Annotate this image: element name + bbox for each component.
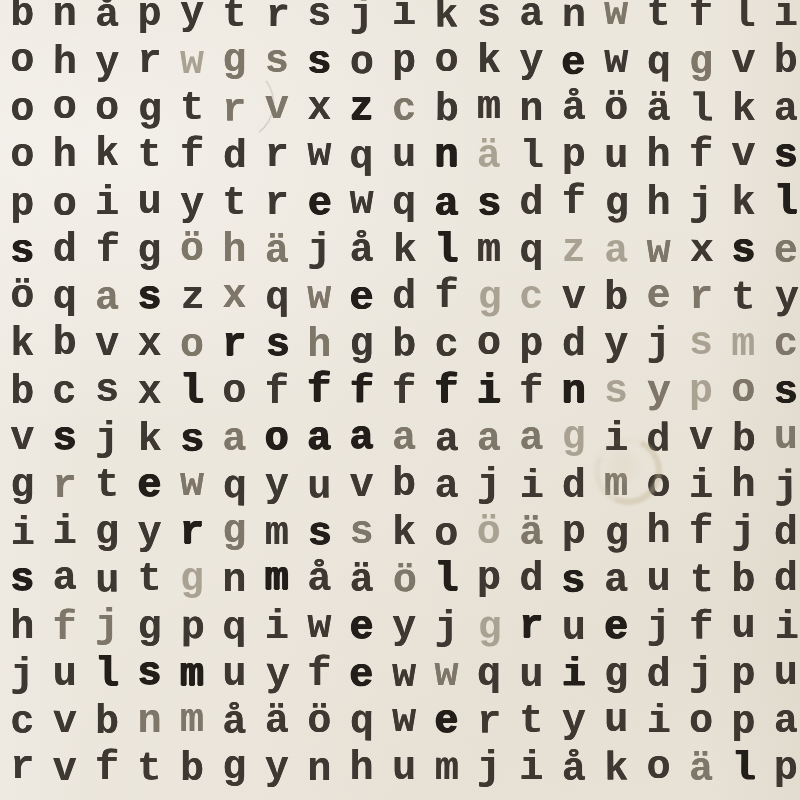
cell-r4-c17[interactable]: f xyxy=(680,133,722,180)
cell-r4-c13[interactable]: l xyxy=(511,133,554,180)
cell-r11-c19[interactable]: j xyxy=(764,463,800,510)
cell-r15-c15[interactable]: g xyxy=(595,651,637,698)
cell-r8-c12[interactable]: o xyxy=(468,321,510,368)
cell-r5-c10[interactable]: q xyxy=(383,180,425,227)
cell-r11-c1[interactable]: g xyxy=(1,463,43,510)
cell-r4-c10[interactable]: u xyxy=(383,133,425,180)
cell-r7-c18[interactable]: t xyxy=(722,274,765,321)
cell-r9-c13[interactable]: f xyxy=(510,369,553,416)
cell-r6-c13[interactable]: q xyxy=(510,228,552,275)
cell-r13-c13[interactable]: d xyxy=(510,557,552,604)
cell-r8-c17[interactable]: s xyxy=(680,321,722,368)
cell-r17-c17[interactable]: ä xyxy=(680,746,722,793)
cell-r2-c5[interactable]: w xyxy=(171,39,213,86)
cell-r6-c4[interactable]: g xyxy=(128,227,171,274)
cell-r13-c7[interactable]: m xyxy=(256,556,298,603)
cell-r16-c11[interactable]: e xyxy=(425,698,467,745)
cell-r10-c3[interactable]: j xyxy=(86,416,128,463)
cell-r15-c8[interactable]: f xyxy=(298,651,340,698)
cell-r14-c1[interactable]: h xyxy=(1,604,43,651)
cell-r1-c7[interactable]: r xyxy=(256,0,299,39)
cell-r12-c17[interactable]: f xyxy=(680,510,722,557)
cell-r11-c18[interactable]: h xyxy=(722,463,764,510)
cell-r10-c19[interactable]: u xyxy=(765,415,800,462)
cell-r1-c9[interactable]: j xyxy=(340,0,382,39)
cell-r16-c6[interactable]: å xyxy=(213,699,255,746)
cell-r10-c7[interactable]: o xyxy=(256,416,298,463)
cell-r16-c8[interactable]: ö xyxy=(298,698,340,745)
cell-r9-c1[interactable]: b xyxy=(1,369,43,416)
cell-r2-c6[interactable]: g xyxy=(213,38,255,85)
cell-r16-c14[interactable]: y xyxy=(552,698,594,745)
cell-r5-c17[interactable]: j xyxy=(680,181,722,228)
cell-r5-c6[interactable]: t xyxy=(213,180,255,227)
cell-r6-c8[interactable]: j xyxy=(298,227,340,274)
cell-r3-c2[interactable]: o xyxy=(43,85,85,132)
cell-r7-c6[interactable]: x xyxy=(213,274,255,321)
cell-r15-c2[interactable]: u xyxy=(43,651,85,698)
cell-r11-c8[interactable]: u xyxy=(298,463,341,510)
cell-r6-c6[interactable]: h xyxy=(213,227,255,274)
cell-r5-c8[interactable]: e xyxy=(298,180,341,227)
cell-r8-c19[interactable]: c xyxy=(765,321,800,368)
cell-r1-c18[interactable]: l xyxy=(722,0,764,39)
cell-r8-c10[interactable]: b xyxy=(383,322,426,369)
cell-r10-c2[interactable]: s xyxy=(43,416,85,463)
cell-r12-c5[interactable]: r xyxy=(171,510,213,557)
cell-r3-c19[interactable]: a xyxy=(765,86,800,133)
cell-r14-c13[interactable]: r xyxy=(510,603,552,650)
cell-r10-c17[interactable]: v xyxy=(680,416,722,463)
cell-r6-c11[interactable]: l xyxy=(425,227,467,274)
cell-r5-c2[interactable]: o xyxy=(43,181,85,228)
cell-r8-c6[interactable]: r xyxy=(213,321,255,368)
cell-r3-c8[interactable]: x xyxy=(298,86,340,133)
cell-r11-c17[interactable]: i xyxy=(680,463,722,510)
cell-r13-c5[interactable]: g xyxy=(171,557,213,604)
cell-r15-c12[interactable]: q xyxy=(468,651,510,698)
cell-r6-c10[interactable]: k xyxy=(383,227,426,274)
cell-r5-c15[interactable]: g xyxy=(595,180,638,227)
cell-r12-c3[interactable]: g xyxy=(86,510,128,557)
cell-r8-c3[interactable]: v xyxy=(86,321,128,368)
cell-r7-c4[interactable]: s xyxy=(128,274,170,321)
cell-r10-c4[interactable]: k xyxy=(129,415,172,462)
cell-r6-c19[interactable]: e xyxy=(765,228,800,275)
cell-r3-c9[interactable]: z xyxy=(340,86,382,133)
cell-r1-c17[interactable]: f xyxy=(680,0,722,39)
cell-r11-c15[interactable]: m xyxy=(595,462,637,509)
cell-r13-c16[interactable]: u xyxy=(637,557,679,604)
cell-r3-c4[interactable]: g xyxy=(129,86,172,133)
cell-r6-c2[interactable]: d xyxy=(43,227,85,274)
cell-r15-c1[interactable]: j xyxy=(1,652,43,699)
cell-r10-c14[interactable]: g xyxy=(552,415,594,462)
cell-r17-c1[interactable]: r xyxy=(1,745,43,792)
cell-r7-c7[interactable]: q xyxy=(255,274,298,321)
cell-r2-c1[interactable]: o xyxy=(1,38,43,85)
cell-r5-c7[interactable]: r xyxy=(256,180,298,227)
cell-r15-c7[interactable]: y xyxy=(256,651,299,698)
cell-r8-c16[interactable]: j xyxy=(637,321,679,368)
cell-r2-c12[interactable]: k xyxy=(468,39,510,86)
cell-r4-c15[interactable]: u xyxy=(595,134,637,181)
cell-r14-c17[interactable]: f xyxy=(680,604,723,651)
cell-r9-c8[interactable]: f xyxy=(298,368,340,415)
cell-r5-c3[interactable]: i xyxy=(86,180,128,227)
cell-r5-c12[interactable]: s xyxy=(468,180,511,227)
cell-r13-c4[interactable]: t xyxy=(128,557,170,604)
cell-r17-c19[interactable]: p xyxy=(765,745,800,792)
cell-r9-c14[interactable]: n xyxy=(552,368,594,415)
cell-r6-c9[interactable]: å xyxy=(340,227,382,274)
cell-r6-c18[interactable]: s xyxy=(722,227,764,274)
cell-r14-c7[interactable]: i xyxy=(256,604,298,651)
cell-r8-c4[interactable]: x xyxy=(128,321,170,368)
cell-r17-c9[interactable]: h xyxy=(340,745,382,792)
cell-r1-c16[interactable]: t xyxy=(637,0,679,39)
cell-r2-c11[interactable]: o xyxy=(425,38,467,85)
cell-r4-c11[interactable]: n xyxy=(425,133,467,180)
cell-r2-c2[interactable]: h xyxy=(44,38,87,85)
cell-r9-c9[interactable]: f xyxy=(341,368,384,415)
cell-r2-c19[interactable]: b xyxy=(765,39,800,86)
cell-r5-c1[interactable]: p xyxy=(1,180,44,227)
cell-r2-c18[interactable]: v xyxy=(722,39,764,86)
cell-r4-c16[interactable]: h xyxy=(637,133,679,180)
cell-r3-c16[interactable]: ä xyxy=(637,86,679,133)
cell-r4-c9[interactable]: q xyxy=(340,133,383,180)
cell-r17-c10[interactable]: u xyxy=(383,745,425,792)
cell-r6-c12[interactable]: m xyxy=(468,227,510,274)
cell-r14-c4[interactable]: g xyxy=(128,604,170,651)
cell-r17-c18[interactable]: l xyxy=(723,745,766,792)
cell-r15-c10[interactable]: w xyxy=(383,652,425,699)
cell-r3-c15[interactable]: ö xyxy=(595,86,637,133)
cell-r17-c4[interactable]: t xyxy=(128,746,171,793)
cell-r7-c11[interactable]: f xyxy=(425,274,467,321)
cell-r9-c10[interactable]: f xyxy=(383,369,425,416)
cell-r12-c2[interactable]: i xyxy=(43,510,85,557)
cell-r14-c12[interactable]: g xyxy=(468,604,511,651)
cell-r8-c14[interactable]: d xyxy=(553,321,596,368)
cell-r13-c8[interactable]: å xyxy=(298,557,340,604)
cell-r9-c18[interactable]: o xyxy=(722,368,764,415)
cell-r12-c18[interactable]: j xyxy=(722,510,764,557)
cell-r14-c11[interactable]: j xyxy=(425,605,467,652)
cell-r8-c9[interactable]: g xyxy=(340,321,382,368)
cell-r7-c8[interactable]: w xyxy=(298,274,340,321)
cell-r7-c2[interactable]: q xyxy=(43,274,85,321)
cell-r5-c14[interactable]: f xyxy=(552,179,594,226)
cell-r4-c3[interactable]: k xyxy=(86,132,128,179)
cell-r4-c4[interactable]: t xyxy=(128,133,170,180)
cell-r11-c3[interactable]: t xyxy=(86,463,128,510)
cell-r12-c4[interactable]: y xyxy=(128,510,170,557)
cell-r13-c14[interactable]: s xyxy=(552,557,595,604)
cell-r14-c6[interactable]: q xyxy=(213,604,256,651)
cell-r13-c6[interactable]: n xyxy=(213,558,255,605)
cell-r5-c16[interactable]: h xyxy=(637,180,679,227)
cell-r5-c9[interactable]: w xyxy=(340,179,382,226)
cell-r14-c10[interactable]: y xyxy=(383,604,425,651)
cell-r6-c15[interactable]: a xyxy=(595,227,638,274)
cell-r15-c14[interactable]: i xyxy=(553,651,596,698)
cell-r16-c16[interactable]: i xyxy=(638,698,681,745)
cell-r6-c14[interactable]: z xyxy=(552,227,594,274)
cell-r5-c5[interactable]: y xyxy=(171,181,213,228)
cell-r1-c6[interactable]: t xyxy=(213,0,255,39)
cell-r10-c10[interactable]: a xyxy=(383,416,425,463)
cell-r9-c12[interactable]: i xyxy=(468,368,510,415)
cell-r16-c3[interactable]: b xyxy=(86,699,128,746)
cell-r7-c14[interactable]: v xyxy=(552,274,594,321)
cell-r5-c18[interactable]: k xyxy=(722,180,764,227)
cell-r9-c6[interactable]: o xyxy=(213,368,255,415)
cell-r3-c11[interactable]: b xyxy=(426,86,469,133)
cell-r1-c13[interactable]: a xyxy=(510,0,552,39)
cell-r12-c7[interactable]: m xyxy=(256,510,298,557)
cell-r14-c8[interactable]: w xyxy=(298,603,340,650)
cell-r17-c11[interactable]: m xyxy=(426,745,469,792)
cell-r4-c6[interactable]: d xyxy=(214,133,257,180)
cell-r9-c15[interactable]: s xyxy=(595,368,637,415)
cell-r15-c9[interactable]: e xyxy=(340,651,383,698)
cell-r3-c17[interactable]: l xyxy=(680,86,723,133)
cell-r16-c4[interactable]: n xyxy=(128,698,170,745)
cell-r1-c4[interactable]: p xyxy=(128,0,170,39)
cell-r11-c9[interactable]: v xyxy=(340,463,382,510)
cell-r6-c7[interactable]: ä xyxy=(256,228,298,275)
cell-r1-c10[interactable]: i xyxy=(383,0,425,38)
cell-r15-c17[interactable]: j xyxy=(680,651,722,698)
cell-r14-c14[interactable]: u xyxy=(552,605,594,652)
cell-r16-c1[interactable]: c xyxy=(1,699,44,746)
cell-r9-c4[interactable]: x xyxy=(128,369,170,416)
cell-r9-c16[interactable]: y xyxy=(638,368,681,415)
cell-r3-c3[interactable]: o xyxy=(86,86,128,133)
cell-r16-c12[interactable]: r xyxy=(468,699,511,746)
cell-r11-c13[interactable]: i xyxy=(511,463,554,510)
cell-r4-c2[interactable]: h xyxy=(43,133,85,180)
cell-r14-c18[interactable]: u xyxy=(722,603,764,650)
cell-r8-c5[interactable]: o xyxy=(171,322,213,369)
cell-r7-c13[interactable]: c xyxy=(510,274,552,321)
cell-r14-c19[interactable]: i xyxy=(765,604,800,651)
cell-r2-c16[interactable]: q xyxy=(638,38,681,85)
cell-r2-c15[interactable]: w xyxy=(595,39,637,86)
cell-r1-c12[interactable]: s xyxy=(468,0,510,39)
cell-r16-c13[interactable]: t xyxy=(510,698,552,745)
cell-r13-c19[interactable]: d xyxy=(765,557,800,604)
cell-r10-c8[interactable]: a xyxy=(298,416,340,463)
cell-r11-c5[interactable]: w xyxy=(171,462,213,509)
cell-r3-c5[interactable]: t xyxy=(171,86,213,133)
cell-r11-c14[interactable]: d xyxy=(552,463,594,510)
cell-r9-c3[interactable]: s xyxy=(86,368,128,415)
cell-r7-c9[interactable]: e xyxy=(340,275,382,322)
cell-r17-c5[interactable]: b xyxy=(171,746,213,793)
cell-r7-c3[interactable]: a xyxy=(86,275,128,322)
cell-r16-c5[interactable]: m xyxy=(171,698,213,745)
cell-r17-c15[interactable]: k xyxy=(595,746,638,793)
cell-r12-c6[interactable]: g xyxy=(213,509,255,556)
cell-r6-c5[interactable]: ö xyxy=(171,226,213,273)
cell-r17-c12[interactable]: j xyxy=(468,745,510,792)
cell-r2-c3[interactable]: y xyxy=(86,39,129,86)
cell-r12-c12[interactable]: ö xyxy=(468,510,510,557)
cell-r2-c7[interactable]: s xyxy=(256,39,298,86)
cell-r1-c1[interactable]: b xyxy=(1,0,43,39)
cell-r3-c18[interactable]: k xyxy=(723,86,766,133)
cell-r16-c2[interactable]: v xyxy=(44,698,87,745)
cell-r3-c12[interactable]: m xyxy=(468,85,510,132)
cell-r4-c19[interactable]: s xyxy=(765,133,800,180)
cell-r14-c5[interactable]: p xyxy=(171,604,214,651)
cell-r1-c14[interactable]: n xyxy=(553,0,596,39)
cell-r16-c18[interactable]: p xyxy=(722,699,764,746)
cell-r17-c6[interactable]: g xyxy=(213,745,255,792)
cell-r16-c19[interactable]: a xyxy=(765,698,800,745)
cell-r6-c17[interactable]: x xyxy=(680,227,723,274)
cell-r7-c19[interactable]: y xyxy=(765,274,800,321)
cell-r15-c5[interactable]: m xyxy=(171,651,213,698)
cell-r7-c12[interactable]: g xyxy=(468,274,511,321)
cell-r17-c16[interactable]: o xyxy=(637,745,679,792)
cell-r11-c16[interactable]: o xyxy=(637,463,679,510)
cell-r1-c15[interactable]: w xyxy=(595,0,637,38)
cell-r10-c6[interactable]: a xyxy=(213,416,255,463)
cell-r11-c7[interactable]: y xyxy=(256,463,298,510)
cell-r12-c14[interactable]: p xyxy=(552,510,594,557)
cell-r1-c8[interactable]: s xyxy=(298,0,340,39)
cell-r7-c1[interactable]: ö xyxy=(1,274,43,321)
cell-r2-c10[interactable]: p xyxy=(383,39,425,86)
cell-r12-c8[interactable]: s xyxy=(298,510,341,557)
cell-r1-c11[interactable]: k xyxy=(425,0,468,39)
cell-r16-c9[interactable]: q xyxy=(341,698,384,745)
cell-r8-c2[interactable]: b xyxy=(43,321,85,368)
cell-r12-c16[interactable]: h xyxy=(637,509,679,556)
cell-r7-c10[interactable]: d xyxy=(383,274,425,321)
cell-r14-c15[interactable]: e xyxy=(595,604,637,651)
cell-r10-c15[interactable]: i xyxy=(595,416,637,463)
cell-r9-c19[interactable]: s xyxy=(765,369,800,416)
cell-r7-c17[interactable]: r xyxy=(680,274,722,321)
cell-r15-c3[interactable]: l xyxy=(86,651,128,698)
cell-r8-c1[interactable]: k xyxy=(1,321,43,368)
cell-r3-c1[interactable]: o xyxy=(1,86,43,133)
cell-r13-c17[interactable]: t xyxy=(680,557,723,604)
cell-r15-c6[interactable]: u xyxy=(213,651,255,698)
cell-r16-c7[interactable]: ä xyxy=(256,698,298,745)
cell-r4-c5[interactable]: f xyxy=(171,133,213,180)
cell-r4-c18[interactable]: v xyxy=(722,132,764,179)
cell-r8-c18[interactable]: m xyxy=(722,321,764,368)
cell-r10-c16[interactable]: d xyxy=(637,416,680,463)
cell-r1-c3[interactable]: å xyxy=(86,0,128,39)
cell-r2-c17[interactable]: g xyxy=(680,39,722,86)
cell-r9-c7[interactable]: f xyxy=(256,369,298,416)
cell-r1-c2[interactable]: n xyxy=(43,0,85,39)
cell-r15-c13[interactable]: u xyxy=(510,652,552,699)
cell-r6-c3[interactable]: f xyxy=(86,227,129,274)
cell-r13-c1[interactable]: s xyxy=(1,557,43,604)
cell-r17-c2[interactable]: v xyxy=(43,746,85,793)
cell-r1-c5[interactable]: y xyxy=(171,0,213,38)
cell-r13-c12[interactable]: p xyxy=(468,556,510,603)
cell-r11-c12[interactable]: j xyxy=(468,463,510,510)
cell-r17-c3[interactable]: f xyxy=(86,745,128,792)
cell-r15-c16[interactable]: d xyxy=(637,652,679,699)
cell-r14-c9[interactable]: e xyxy=(340,604,382,651)
cell-r13-c18[interactable]: b xyxy=(722,558,764,605)
cell-r14-c2[interactable]: f xyxy=(43,605,85,652)
cell-r9-c17[interactable]: p xyxy=(680,368,722,415)
cell-r6-c16[interactable]: w xyxy=(637,228,679,275)
cell-r12-c10[interactable]: k xyxy=(383,510,425,557)
cell-r12-c11[interactable]: o xyxy=(425,510,468,557)
cell-r2-c8[interactable]: s xyxy=(298,39,340,86)
cell-r17-c13[interactable]: i xyxy=(510,745,552,792)
cell-r6-c1[interactable]: s xyxy=(1,228,43,275)
cell-r2-c9[interactable]: o xyxy=(341,38,384,85)
cell-r4-c7[interactable]: r xyxy=(256,133,298,180)
cell-r12-c13[interactable]: ä xyxy=(510,510,552,557)
cell-r9-c5[interactable]: l xyxy=(171,368,213,415)
cell-r9-c11[interactable]: f xyxy=(425,368,467,415)
cell-r13-c11[interactable]: l xyxy=(425,557,467,604)
cell-r9-c2[interactable]: c xyxy=(43,369,86,416)
cell-r11-c2[interactable]: r xyxy=(43,463,85,510)
cell-r16-c10[interactable]: w xyxy=(383,698,425,745)
cell-r11-c6[interactable]: q xyxy=(214,463,257,510)
cell-r12-c1[interactable]: i xyxy=(1,510,44,557)
cell-r4-c8[interactable]: w xyxy=(298,132,340,179)
cell-r17-c8[interactable]: n xyxy=(298,746,340,793)
cell-r8-c13[interactable]: p xyxy=(510,321,552,368)
cell-r7-c16[interactable]: e xyxy=(637,274,679,321)
cell-r10-c11[interactable]: a xyxy=(426,415,469,462)
cell-r5-c11[interactable]: a xyxy=(425,181,467,228)
cell-r5-c13[interactable]: d xyxy=(510,180,552,227)
cell-r14-c3[interactable]: j xyxy=(86,603,128,650)
cell-r7-c15[interactable]: b xyxy=(595,275,637,322)
cell-r14-c16[interactable]: j xyxy=(637,604,679,651)
cell-r11-c4[interactable]: e xyxy=(128,463,170,510)
cell-r8-c15[interactable]: y xyxy=(595,321,637,368)
cell-r2-c13[interactable]: y xyxy=(510,39,552,86)
cell-r13-c15[interactable]: a xyxy=(595,558,637,605)
cell-r15-c18[interactable]: p xyxy=(722,651,764,698)
cell-r13-c10[interactable]: ö xyxy=(383,557,426,604)
cell-r15-c19[interactable]: u xyxy=(765,650,800,697)
cell-r12-c9[interactable]: s xyxy=(340,510,382,557)
cell-r17-c7[interactable]: y xyxy=(256,745,298,792)
cell-r3-c13[interactable]: n xyxy=(510,86,552,133)
cell-r8-c11[interactable]: c xyxy=(425,322,467,369)
cell-r13-c2[interactable]: a xyxy=(43,556,85,603)
cell-r15-c11[interactable]: w xyxy=(425,651,467,698)
cell-r3-c6[interactable]: r xyxy=(213,86,256,133)
cell-r2-c4[interactable]: r xyxy=(128,39,170,86)
cell-r4-c14[interactable]: p xyxy=(552,133,594,180)
cell-r12-c15[interactable]: g xyxy=(595,510,638,557)
cell-r8-c7[interactable]: s xyxy=(256,321,299,368)
cell-r13-c9[interactable]: ä xyxy=(340,558,382,605)
cell-r10-c9[interactable]: a xyxy=(340,415,382,462)
cell-r16-c15[interactable]: u xyxy=(595,698,637,745)
